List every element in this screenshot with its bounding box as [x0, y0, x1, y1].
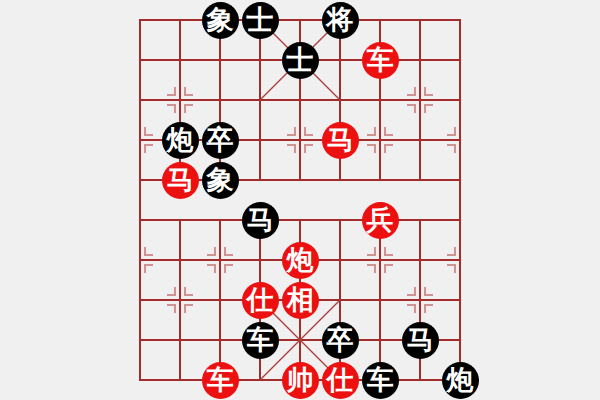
red-cannon[interactable]: 炮 — [282, 242, 319, 279]
red-advisor[interactable]: 仕 — [322, 362, 359, 399]
red-general[interactable]: 帅 — [282, 362, 319, 399]
black-horse[interactable]: 马 — [402, 322, 439, 359]
black-elephant[interactable]: 象 — [202, 162, 239, 199]
red-horse[interactable]: 马 — [322, 122, 359, 159]
red-elephant[interactable]: 相 — [282, 282, 319, 319]
black-soldier[interactable]: 卒 — [322, 322, 359, 359]
black-horse[interactable]: 马 — [242, 202, 279, 239]
red-advisor[interactable]: 仕 — [242, 282, 279, 319]
black-soldier[interactable]: 卒 — [202, 122, 239, 159]
black-advisor[interactable]: 士 — [242, 2, 279, 39]
black-chariot[interactable]: 车 — [242, 322, 279, 359]
black-cannon[interactable]: 炮 — [442, 362, 479, 399]
red-chariot[interactable]: 车 — [362, 42, 399, 79]
red-soldier[interactable]: 兵 — [362, 202, 399, 239]
red-horse[interactable]: 马 — [162, 162, 199, 199]
piece-grid: 象士将士车炮卒马马象马兵炮仕相车卒马车帅仕车炮 — [120, 0, 480, 400]
black-chariot[interactable]: 车 — [362, 362, 399, 399]
red-chariot[interactable]: 车 — [202, 362, 239, 399]
black-general[interactable]: 将 — [322, 2, 359, 39]
black-cannon[interactable]: 炮 — [162, 122, 199, 159]
black-advisor[interactable]: 士 — [282, 42, 319, 79]
xiangqi-board-diagram: 象士将士车炮卒马马象马兵炮仕相车卒马车帅仕车炮 — [0, 0, 600, 400]
black-elephant[interactable]: 象 — [202, 2, 239, 39]
